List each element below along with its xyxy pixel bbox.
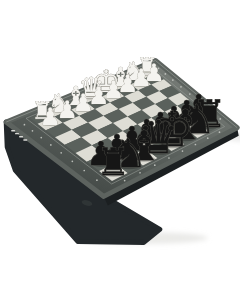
chessboard-product-photo: ♜♞♝♚♛♝♞♜♟♟♟♟♟♟♟♟♟♟♟♟♟♟♟♟♜♞♝♚♛♝♞♜ [0,0,240,303]
piece-black-rook[interactable]: ♜ [96,140,130,184]
chessboard-scene: ♜♞♝♚♛♝♞♜♟♟♟♟♟♟♟♟♟♟♟♟♟♟♟♟♜♞♝♚♛♝♞♜ [0,0,240,303]
piece-white-pawn[interactable]: ♟ [40,103,61,131]
